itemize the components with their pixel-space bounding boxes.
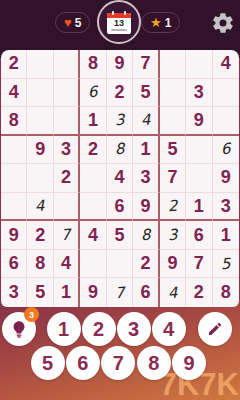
given-digit: 7 [194, 253, 204, 274]
app-root: ♥ 5 13 ★ 1 28974462538134993281562437946… [0, 0, 240, 400]
sudoku-cell-r2c1[interactable]: 4 [1, 79, 27, 108]
given-digit: 4 [61, 253, 71, 274]
sudoku-cell-r7c5[interactable]: 5 [107, 221, 133, 250]
sudoku-cell-r6c7[interactable]: 2 [160, 193, 186, 222]
given-digit: 9 [114, 53, 124, 74]
gear-icon [211, 11, 235, 35]
given-digit: 1 [140, 139, 150, 160]
user-digit: 4 [35, 197, 46, 216]
given-digit: 3 [9, 282, 19, 303]
given-digit: 1 [61, 282, 71, 303]
sudoku-cell-r6c6[interactable]: 9 [133, 193, 159, 222]
sudoku-cell-r7c1[interactable]: 9 [1, 221, 27, 250]
hint-badge: 3 [24, 307, 39, 322]
calendar-pin [112, 11, 114, 15]
number-button-5[interactable]: 5 [31, 346, 65, 380]
pencil-button[interactable] [198, 312, 232, 346]
sudoku-cell-r6c3[interactable] [54, 193, 80, 222]
bottom-panel: 7K7K 3 123456789 [0, 300, 240, 400]
given-digit: 9 [88, 282, 98, 303]
number-button-8[interactable]: 8 [137, 346, 171, 380]
sudoku-cell-r2c9[interactable] [213, 79, 239, 108]
given-digit: 4 [9, 82, 19, 103]
sudoku-cell-r7c6[interactable]: 8 [133, 221, 159, 250]
number-button-9[interactable]: 9 [172, 346, 206, 380]
user-digit: 3 [114, 111, 125, 130]
given-digit: 5 [35, 282, 45, 303]
settings-button[interactable] [211, 11, 235, 35]
given-digit: 6 [9, 253, 19, 274]
given-digit: 3 [194, 82, 204, 103]
stars-count: 1 [165, 16, 172, 30]
given-digit: 5 [167, 139, 177, 160]
sudoku-cell-r3c6[interactable]: 4 [133, 107, 159, 136]
sudoku-cell-r6c2[interactable]: 4 [27, 193, 53, 222]
sudoku-cell-r9c7[interactable]: 4 [160, 278, 186, 307]
given-digit: 9 [35, 139, 45, 160]
sudoku-cell-r5c9[interactable]: 9 [213, 164, 239, 193]
given-digit: 8 [35, 253, 45, 274]
sudoku-cell-r1c7[interactable] [160, 50, 186, 79]
sudoku-cell-r4c9[interactable]: 6 [213, 136, 239, 165]
user-digit: 6 [220, 140, 231, 159]
sudoku-cell-r8c7[interactable]: 9 [160, 250, 186, 279]
pencil-icon [206, 320, 224, 338]
given-digit: 2 [9, 53, 19, 74]
sudoku-cell-r8c6[interactable]: 2 [133, 250, 159, 279]
given-digit: 7 [167, 167, 177, 188]
sudoku-cell-r7c3[interactable]: 7 [54, 221, 80, 250]
sudoku-cell-r6c9[interactable]: 3 [213, 193, 239, 222]
given-digit: 1 [194, 196, 204, 217]
sudoku-cell-r4c2[interactable]: 9 [27, 136, 53, 165]
sudoku-cell-r3c3[interactable] [54, 107, 80, 136]
number-button-1[interactable]: 1 [47, 312, 81, 346]
sudoku-cell-r5c1[interactable] [1, 164, 27, 193]
given-digit: 3 [61, 139, 71, 160]
given-digit: 2 [61, 167, 71, 188]
given-digit: 6 [114, 196, 124, 217]
given-digit: 1 [88, 110, 98, 131]
sudoku-cell-r7c4[interactable]: 4 [80, 221, 106, 250]
given-digit: 9 [9, 225, 19, 246]
sudoku-cell-r2c2[interactable] [27, 79, 53, 108]
sudoku-cell-r7c8[interactable]: 6 [186, 221, 212, 250]
number-button-3[interactable]: 3 [117, 312, 151, 346]
given-digit: 1 [221, 225, 231, 246]
sudoku-cell-r4c4[interactable]: 2 [80, 136, 106, 165]
sudoku-cell-r8c9[interactable]: 5 [213, 250, 239, 279]
given-digit: 3 [140, 167, 150, 188]
given-digit: 4 [221, 53, 231, 74]
daily-challenge-button[interactable]: 13 [97, 0, 141, 44]
hint-button[interactable]: 3 [2, 312, 36, 346]
sudoku-cell-r5c6[interactable]: 3 [133, 164, 159, 193]
sudoku-cell-r6c5[interactable]: 6 [107, 193, 133, 222]
sudoku-cell-r3c7[interactable] [160, 107, 186, 136]
sudoku-cell-r2c7[interactable] [160, 79, 186, 108]
sudoku-cell-r6c1[interactable] [1, 193, 27, 222]
sudoku-cell-r7c7[interactable]: 3 [160, 221, 186, 250]
given-digit: 6 [140, 282, 150, 303]
given-digit: 2 [140, 253, 150, 274]
user-digit: 7 [61, 226, 72, 245]
sudoku-cell-r3c2[interactable] [27, 107, 53, 136]
star-icon: ★ [150, 16, 162, 29]
sudoku-cell-r5c8[interactable] [186, 164, 212, 193]
number-button-7[interactable]: 7 [101, 346, 135, 380]
sudoku-cell-r9c4[interactable]: 9 [80, 278, 106, 307]
sudoku-cell-r2c5[interactable]: 2 [107, 79, 133, 108]
sudoku-cell-r4c3[interactable]: 3 [54, 136, 80, 165]
sudoku-cell-r5c2[interactable] [27, 164, 53, 193]
sudoku-cell-r8c3[interactable]: 4 [54, 250, 80, 279]
given-digit: 3 [221, 196, 231, 217]
sudoku-board: 2897446253813499328156243794692139274583… [1, 50, 239, 307]
sudoku-grid: 2897446253813499328156243794692139274583… [1, 50, 239, 307]
number-button-2[interactable]: 2 [82, 312, 116, 346]
given-digit: 5 [114, 225, 124, 246]
user-digit: 7 [114, 283, 125, 302]
given-digit: 5 [140, 82, 150, 103]
given-digit: 4 [88, 225, 98, 246]
given-digit: 9 [140, 196, 150, 217]
given-digit: 9 [221, 167, 231, 188]
sudoku-cell-r1c6[interactable]: 7 [133, 50, 159, 79]
sudoku-cell-r6c8[interactable]: 1 [186, 193, 212, 222]
sudoku-cell-r9c9[interactable]: 8 [213, 278, 239, 307]
given-digit: 2 [88, 139, 98, 160]
sudoku-cell-r4c6[interactable]: 1 [133, 136, 159, 165]
calendar-subtext [111, 29, 127, 31]
sudoku-cell-r8c1[interactable]: 6 [1, 250, 27, 279]
sudoku-cell-r1c3[interactable] [54, 50, 80, 79]
sudoku-cell-r5c3[interactable]: 2 [54, 164, 80, 193]
sudoku-cell-r5c7[interactable]: 7 [160, 164, 186, 193]
sudoku-cell-r8c8[interactable]: 7 [186, 250, 212, 279]
sudoku-cell-r3c1[interactable]: 8 [1, 107, 27, 136]
given-digit: 9 [167, 253, 177, 274]
user-digit: 8 [140, 226, 151, 245]
user-digit: 2 [167, 197, 178, 216]
sudoku-cell-r5c4[interactable] [80, 164, 106, 193]
sudoku-cell-r9c1[interactable]: 3 [1, 278, 27, 307]
sudoku-cell-r3c4[interactable]: 1 [80, 107, 106, 136]
calendar-icon: 13 [107, 13, 131, 34]
given-digit: 7 [140, 53, 150, 74]
sudoku-cell-r5c5[interactable]: 4 [107, 164, 133, 193]
lives-pill[interactable]: ♥ 5 [55, 12, 90, 33]
sudoku-cell-r1c9[interactable]: 4 [213, 50, 239, 79]
sudoku-cell-r1c8[interactable] [186, 50, 212, 79]
user-digit: 3 [167, 226, 178, 245]
stars-pill[interactable]: ★ 1 [141, 12, 180, 33]
given-digit: 8 [88, 53, 98, 74]
sudoku-cell-r2c6[interactable]: 5 [133, 79, 159, 108]
sudoku-cell-r2c8[interactable]: 3 [186, 79, 212, 108]
sudoku-cell-r4c5[interactable]: 8 [107, 136, 133, 165]
number-button-6[interactable]: 6 [66, 346, 100, 380]
sudoku-cell-r1c2[interactable] [27, 50, 53, 79]
sudoku-cell-r3c9[interactable] [213, 107, 239, 136]
given-digit: 9 [194, 110, 204, 131]
sudoku-cell-r7c9[interactable]: 1 [213, 221, 239, 250]
user-digit: 8 [114, 140, 125, 159]
heart-icon: ♥ [64, 16, 72, 29]
sudoku-cell-r4c7[interactable]: 5 [160, 136, 186, 165]
sudoku-cell-r9c8[interactable]: 2 [186, 278, 212, 307]
lightbulb-icon [9, 318, 29, 340]
given-digit: 8 [221, 282, 231, 303]
sudoku-cell-r4c1[interactable] [1, 136, 27, 165]
sudoku-cell-r9c6[interactable]: 6 [133, 278, 159, 307]
user-digit: 4 [140, 111, 151, 130]
calendar-pin [124, 11, 126, 15]
given-digit: 2 [114, 82, 124, 103]
sudoku-cell-r1c5[interactable]: 9 [107, 50, 133, 79]
calendar-day: 13 [107, 18, 131, 28]
sudoku-cell-r8c5[interactable] [107, 250, 133, 279]
given-digit: 8 [9, 110, 19, 131]
number-button-4[interactable]: 4 [152, 312, 186, 346]
given-digit: 6 [194, 225, 204, 246]
sudoku-cell-r8c2[interactable]: 8 [27, 250, 53, 279]
sudoku-cell-r4c8[interactable] [186, 136, 212, 165]
sudoku-cell-r3c5[interactable]: 3 [107, 107, 133, 136]
sudoku-cell-r1c4[interactable]: 8 [80, 50, 106, 79]
sudoku-cell-r8c4[interactable] [80, 250, 106, 279]
sudoku-cell-r9c3[interactable]: 1 [54, 278, 80, 307]
lives-count: 5 [75, 16, 82, 30]
given-digit: 2 [194, 282, 204, 303]
sudoku-cell-r2c3[interactable] [54, 79, 80, 108]
sudoku-cell-r9c2[interactable]: 5 [27, 278, 53, 307]
user-digit: 4 [167, 283, 178, 302]
sudoku-cell-r9c5[interactable]: 7 [107, 278, 133, 307]
user-digit: 6 [88, 83, 99, 102]
sudoku-cell-r2c4[interactable]: 6 [80, 79, 106, 108]
given-digit: 2 [35, 225, 45, 246]
user-digit: 5 [220, 254, 231, 273]
sudoku-cell-r7c2[interactable]: 2 [27, 221, 53, 250]
given-digit: 4 [114, 167, 124, 188]
sudoku-cell-r6c4[interactable] [80, 193, 106, 222]
sudoku-cell-r1c1[interactable]: 2 [1, 50, 27, 79]
sudoku-cell-r3c8[interactable]: 9 [186, 107, 212, 136]
